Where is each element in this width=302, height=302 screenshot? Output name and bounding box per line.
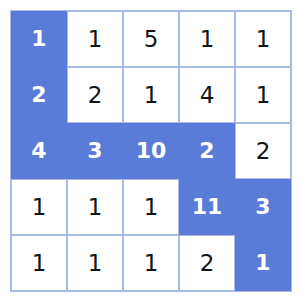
cell-r3c4[interactable]: 3 bbox=[235, 179, 291, 235]
cell-r4c1[interactable]: 1 bbox=[67, 235, 123, 291]
cell-r0c3[interactable]: 1 bbox=[179, 11, 235, 67]
cell-r3c0[interactable]: 1 bbox=[11, 179, 67, 235]
cell-r2c0[interactable]: 4 bbox=[11, 123, 67, 179]
cell-r3c3[interactable]: 11 bbox=[179, 179, 235, 235]
cell-r0c2[interactable]: 5 bbox=[123, 11, 179, 67]
cell-r2c3[interactable]: 2 bbox=[179, 123, 235, 179]
cell-r1c3[interactable]: 4 bbox=[179, 67, 235, 123]
cell-r1c2[interactable]: 1 bbox=[123, 67, 179, 123]
cell-r4c4[interactable]: 1 bbox=[235, 235, 291, 291]
puzzle-board: 1 1 5 1 1 2 2 1 4 1 4 3 10 2 2 1 1 1 11 … bbox=[10, 10, 292, 292]
cell-r2c2[interactable]: 10 bbox=[123, 123, 179, 179]
cell-r2c1[interactable]: 3 bbox=[67, 123, 123, 179]
cell-r1c1[interactable]: 2 bbox=[67, 67, 123, 123]
cell-r2c4[interactable]: 2 bbox=[235, 123, 291, 179]
cell-r1c0[interactable]: 2 bbox=[11, 67, 67, 123]
cell-r0c0[interactable]: 1 bbox=[11, 11, 67, 67]
cell-r1c4[interactable]: 1 bbox=[235, 67, 291, 123]
cell-r3c1[interactable]: 1 bbox=[67, 179, 123, 235]
cell-r4c2[interactable]: 1 bbox=[123, 235, 179, 291]
cell-r4c0[interactable]: 1 bbox=[11, 235, 67, 291]
cell-r3c2[interactable]: 1 bbox=[123, 179, 179, 235]
cell-r0c4[interactable]: 1 bbox=[235, 11, 291, 67]
cell-r0c1[interactable]: 1 bbox=[67, 11, 123, 67]
puzzle-stage: 1 1 5 1 1 2 2 1 4 1 4 3 10 2 2 1 1 1 11 … bbox=[0, 0, 302, 302]
cell-r4c3[interactable]: 2 bbox=[179, 235, 235, 291]
